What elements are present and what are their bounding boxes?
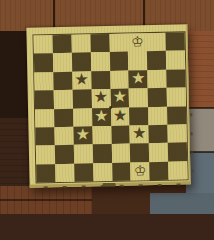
star-icon: ★ bbox=[94, 89, 109, 105]
coordinate-tick bbox=[120, 184, 124, 186]
square-b4 bbox=[54, 108, 73, 127]
square-g2 bbox=[149, 143, 168, 162]
square-c2 bbox=[74, 145, 93, 164]
square-b3 bbox=[54, 127, 73, 146]
square-f6: ★ bbox=[129, 70, 148, 89]
coordinate-tick bbox=[189, 95, 191, 98]
star-icon: ★ bbox=[112, 89, 127, 105]
tick-cell bbox=[189, 143, 194, 162]
tick-cell bbox=[131, 182, 150, 187]
coordinate-tick bbox=[62, 185, 66, 187]
square-e8 bbox=[109, 34, 128, 53]
square-b7 bbox=[53, 53, 72, 72]
square-d8 bbox=[90, 34, 109, 53]
coordinate-tick bbox=[189, 58, 191, 61]
square-g4 bbox=[148, 106, 167, 125]
coordinate-tick bbox=[189, 76, 191, 79]
plank-gap bbox=[0, 199, 92, 201]
coordinate-tick bbox=[139, 184, 143, 186]
square-h6 bbox=[166, 69, 185, 88]
tick-cell bbox=[186, 31, 191, 50]
king-crown-icon: ♔ bbox=[131, 34, 144, 48]
square-a4 bbox=[35, 109, 54, 128]
tick-cell bbox=[36, 184, 55, 189]
floor-plank-bottom-right bbox=[150, 193, 214, 214]
square-f2 bbox=[130, 143, 149, 162]
square-h4 bbox=[167, 106, 186, 125]
square-g5 bbox=[148, 88, 167, 107]
square-a8 bbox=[34, 35, 53, 54]
coordinate-tick bbox=[158, 183, 162, 185]
star-icon: ★ bbox=[74, 71, 89, 87]
star-icon: ★ bbox=[75, 126, 90, 142]
square-g3 bbox=[149, 125, 168, 144]
square-h2 bbox=[168, 143, 187, 162]
coordinate-tick bbox=[188, 39, 190, 42]
square-f8: ♔ bbox=[128, 33, 147, 52]
center-peg-hole bbox=[109, 106, 112, 109]
star-icon: ★ bbox=[131, 70, 146, 86]
square-a7 bbox=[34, 54, 53, 73]
star-icon: ★ bbox=[132, 125, 147, 141]
tick-cell bbox=[188, 106, 193, 125]
square-e2 bbox=[111, 144, 130, 163]
tick-cell bbox=[188, 87, 193, 106]
square-b6 bbox=[53, 72, 72, 91]
king-crown-icon: ♔ bbox=[134, 163, 147, 177]
tick-cell bbox=[74, 183, 93, 188]
maker-mark bbox=[103, 183, 116, 187]
star-icon: ★ bbox=[113, 107, 128, 123]
square-c3: ★ bbox=[73, 126, 92, 145]
tick-cell bbox=[169, 181, 188, 186]
square-g8 bbox=[147, 33, 166, 52]
square-g1 bbox=[149, 161, 168, 180]
square-d2 bbox=[92, 144, 111, 163]
coordinate-tick bbox=[81, 185, 85, 187]
square-h1 bbox=[168, 161, 187, 180]
square-e1 bbox=[112, 162, 131, 181]
square-g7 bbox=[147, 51, 166, 70]
square-d4: ★ bbox=[92, 107, 111, 126]
square-a5 bbox=[35, 90, 54, 109]
tick-cell bbox=[189, 162, 194, 181]
square-a3 bbox=[35, 127, 54, 146]
coordinate-tick bbox=[191, 169, 193, 172]
game-board: ♔★★★★★★★★♔ bbox=[26, 24, 190, 187]
square-a6 bbox=[34, 72, 53, 91]
square-d7 bbox=[91, 52, 110, 71]
coordinate-tick bbox=[190, 114, 192, 117]
square-f5 bbox=[129, 88, 148, 107]
square-a1 bbox=[36, 164, 55, 183]
square-b5 bbox=[54, 90, 73, 109]
square-g6 bbox=[148, 70, 167, 89]
square-c6: ★ bbox=[72, 71, 91, 90]
coordinate-tick bbox=[190, 151, 192, 154]
tick-cell bbox=[55, 184, 74, 189]
square-e4: ★ bbox=[111, 107, 130, 126]
square-f3: ★ bbox=[130, 125, 149, 144]
square-h3 bbox=[168, 124, 187, 143]
square-d3 bbox=[92, 126, 111, 145]
tick-cell bbox=[188, 124, 193, 143]
square-a2 bbox=[36, 145, 55, 164]
coordinate-tick bbox=[177, 183, 181, 185]
tick-cell bbox=[150, 182, 169, 187]
square-h5 bbox=[167, 88, 186, 107]
square-b1 bbox=[55, 163, 74, 182]
tick-cell bbox=[187, 50, 192, 69]
square-d1 bbox=[93, 163, 112, 182]
square-c1 bbox=[74, 163, 93, 182]
square-e7 bbox=[109, 52, 128, 71]
coordinate-tick bbox=[190, 132, 192, 135]
square-b8 bbox=[52, 35, 71, 54]
square-c8 bbox=[71, 34, 90, 53]
tick-cell bbox=[187, 68, 192, 87]
square-f1: ♔ bbox=[131, 162, 150, 181]
square-e3 bbox=[111, 125, 130, 144]
square-h7 bbox=[166, 51, 185, 70]
square-b2 bbox=[55, 145, 74, 164]
coordinate-tick bbox=[43, 186, 47, 188]
square-c5 bbox=[72, 89, 91, 108]
star-icon: ★ bbox=[94, 108, 109, 124]
square-h8 bbox=[166, 32, 185, 51]
